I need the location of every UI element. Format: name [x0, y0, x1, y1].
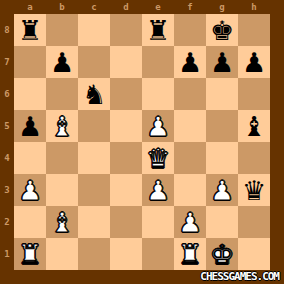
square-b4[interactable] — [46, 142, 78, 174]
black-queen-h3[interactable]: ♛ — [238, 174, 270, 206]
rank-label-4: 4 — [0, 142, 14, 174]
square-h1[interactable] — [238, 238, 270, 270]
square-f7[interactable]: ♟ — [174, 46, 206, 78]
square-g6[interactable] — [206, 78, 238, 110]
white-pawn-g3[interactable]: ♟ — [206, 174, 238, 206]
square-c7[interactable] — [78, 46, 110, 78]
rank-label-8: 8 — [0, 14, 14, 46]
square-h3[interactable]: ♛ — [238, 174, 270, 206]
square-c3[interactable] — [78, 174, 110, 206]
watermark: CHESSGAMES.COM — [200, 270, 279, 283]
square-g2[interactable] — [206, 206, 238, 238]
square-e3[interactable]: ♟ — [142, 174, 174, 206]
white-pawn-e5[interactable]: ♟ — [142, 110, 174, 142]
white-bishop-b2[interactable]: ♝ — [46, 206, 78, 238]
square-a2[interactable] — [14, 206, 46, 238]
black-pawn-g7[interactable]: ♟ — [206, 46, 238, 78]
board: ♜♜♚♟♟♟♟♞♟♝♟♝♛♟♟♟♛♝♟♜♜♚ — [14, 14, 270, 270]
rank-label-5: 5 — [0, 110, 14, 142]
board-frame: abcdefgh 87654321 ♜♜♚♟♟♟♟♞♟♝♟♝♛♟♟♟♛♝♟♜♜♚… — [0, 0, 284, 284]
white-pawn-e3[interactable]: ♟ — [142, 174, 174, 206]
square-b2[interactable]: ♝ — [46, 206, 78, 238]
square-a7[interactable] — [14, 46, 46, 78]
square-f1[interactable]: ♜ — [174, 238, 206, 270]
square-c5[interactable] — [78, 110, 110, 142]
rank-label-1: 1 — [0, 238, 14, 270]
square-c4[interactable] — [78, 142, 110, 174]
file-labels: abcdefgh — [14, 0, 270, 14]
square-a5[interactable]: ♟ — [14, 110, 46, 142]
square-b3[interactable] — [46, 174, 78, 206]
square-d1[interactable] — [110, 238, 142, 270]
square-b5[interactable]: ♝ — [46, 110, 78, 142]
file-label-a: a — [14, 0, 46, 14]
file-label-g: g — [206, 0, 238, 14]
square-g4[interactable] — [206, 142, 238, 174]
square-f6[interactable] — [174, 78, 206, 110]
black-pawn-b7[interactable]: ♟ — [46, 46, 78, 78]
square-e8[interactable]: ♜ — [142, 14, 174, 46]
file-label-e: e — [142, 0, 174, 14]
square-g5[interactable] — [206, 110, 238, 142]
square-e5[interactable]: ♟ — [142, 110, 174, 142]
square-g3[interactable]: ♟ — [206, 174, 238, 206]
square-f3[interactable] — [174, 174, 206, 206]
rank-label-7: 7 — [0, 46, 14, 78]
black-bishop-h5[interactable]: ♝ — [238, 110, 270, 142]
white-rook-a1[interactable]: ♜ — [14, 238, 46, 270]
rank-labels: 87654321 — [0, 14, 14, 270]
black-knight-c6[interactable]: ♞ — [78, 78, 110, 110]
square-a1[interactable]: ♜ — [14, 238, 46, 270]
square-c2[interactable] — [78, 206, 110, 238]
rank-label-6: 6 — [0, 78, 14, 110]
white-queen-e4[interactable]: ♛ — [142, 142, 174, 174]
square-c8[interactable] — [78, 14, 110, 46]
square-e2[interactable] — [142, 206, 174, 238]
file-label-b: b — [46, 0, 78, 14]
square-g8[interactable]: ♚ — [206, 14, 238, 46]
file-label-d: d — [110, 0, 142, 14]
square-h4[interactable] — [238, 142, 270, 174]
square-e6[interactable] — [142, 78, 174, 110]
white-rook-f1[interactable]: ♜ — [174, 238, 206, 270]
square-f4[interactable] — [174, 142, 206, 174]
white-king-g1[interactable]: ♚ — [206, 238, 238, 270]
square-d6[interactable] — [110, 78, 142, 110]
white-pawn-f2[interactable]: ♟ — [174, 206, 206, 238]
square-d3[interactable] — [110, 174, 142, 206]
square-b8[interactable] — [46, 14, 78, 46]
square-b7[interactable]: ♟ — [46, 46, 78, 78]
square-e7[interactable] — [142, 46, 174, 78]
file-label-c: c — [78, 0, 110, 14]
square-b1[interactable] — [46, 238, 78, 270]
black-king-g8[interactable]: ♚ — [206, 14, 238, 46]
black-pawn-h7[interactable]: ♟ — [238, 46, 270, 78]
square-b6[interactable] — [46, 78, 78, 110]
square-a6[interactable] — [14, 78, 46, 110]
black-rook-e8[interactable]: ♜ — [142, 14, 174, 46]
square-f8[interactable] — [174, 14, 206, 46]
square-d7[interactable] — [110, 46, 142, 78]
square-d5[interactable] — [110, 110, 142, 142]
square-d2[interactable] — [110, 206, 142, 238]
square-g1[interactable]: ♚ — [206, 238, 238, 270]
white-pawn-a3[interactable]: ♟ — [14, 174, 46, 206]
square-h7[interactable]: ♟ — [238, 46, 270, 78]
black-pawn-a5[interactable]: ♟ — [14, 110, 46, 142]
square-h6[interactable] — [238, 78, 270, 110]
square-f2[interactable]: ♟ — [174, 206, 206, 238]
square-a3[interactable]: ♟ — [14, 174, 46, 206]
file-label-h: h — [238, 0, 270, 14]
square-e1[interactable] — [142, 238, 174, 270]
black-rook-a8[interactable]: ♜ — [14, 14, 46, 46]
rank-label-3: 3 — [0, 174, 14, 206]
black-pawn-f7[interactable]: ♟ — [174, 46, 206, 78]
square-a4[interactable] — [14, 142, 46, 174]
square-e4[interactable]: ♛ — [142, 142, 174, 174]
rank-label-2: 2 — [0, 206, 14, 238]
square-c6[interactable]: ♞ — [78, 78, 110, 110]
square-h5[interactable]: ♝ — [238, 110, 270, 142]
square-c1[interactable] — [78, 238, 110, 270]
square-d4[interactable] — [110, 142, 142, 174]
square-h8[interactable] — [238, 14, 270, 46]
square-f5[interactable] — [174, 110, 206, 142]
square-d8[interactable] — [110, 14, 142, 46]
square-g7[interactable]: ♟ — [206, 46, 238, 78]
file-label-f: f — [174, 0, 206, 14]
square-a8[interactable]: ♜ — [14, 14, 46, 46]
white-bishop-b5[interactable]: ♝ — [46, 110, 78, 142]
square-h2[interactable] — [238, 206, 270, 238]
